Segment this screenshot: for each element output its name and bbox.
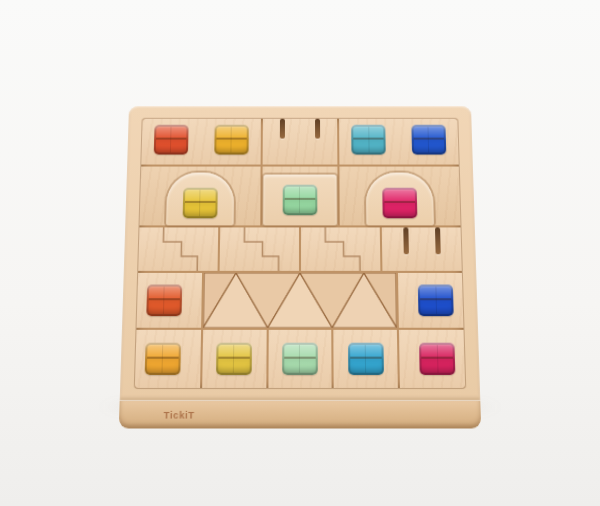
roof-triangles-graphic bbox=[203, 273, 397, 328]
tray-well bbox=[135, 119, 465, 388]
crenellated-tower-block bbox=[263, 119, 338, 165]
window-red bbox=[154, 125, 189, 155]
triangle-strip bbox=[203, 273, 397, 328]
brand-logo: TickiT bbox=[163, 409, 194, 420]
wall-block-red-amber bbox=[141, 119, 261, 165]
window-cyan-bottom bbox=[348, 343, 384, 375]
window-yellow-bottom bbox=[216, 343, 252, 375]
window-amber-bottom bbox=[145, 343, 181, 375]
crenellated-wall-block bbox=[382, 227, 462, 270]
window-green-bottom bbox=[282, 343, 318, 375]
step-block-1 bbox=[138, 227, 218, 270]
row-4 bbox=[137, 273, 464, 328]
row-3 bbox=[138, 227, 462, 270]
crenellation-slit bbox=[403, 227, 409, 254]
window-orange bbox=[146, 284, 182, 316]
tray-perspective-wrap: TickiT bbox=[119, 106, 481, 428]
crenellation-slit bbox=[280, 119, 285, 139]
window-block-green bbox=[268, 330, 332, 388]
window-crimson-bottom bbox=[419, 343, 455, 375]
window-amber bbox=[214, 125, 249, 155]
step-groove-graphic bbox=[301, 227, 380, 270]
step-groove-graphic bbox=[138, 227, 218, 270]
window-teal bbox=[351, 125, 386, 155]
window-block-yellow bbox=[202, 330, 266, 388]
row-1 bbox=[141, 119, 458, 165]
arch-door-yellow bbox=[166, 173, 234, 226]
window-royal-blue bbox=[418, 284, 454, 316]
window-block-cyan bbox=[334, 330, 398, 388]
wall-block-teal-blue bbox=[339, 119, 459, 165]
product-photo: TickiT bbox=[0, 0, 600, 506]
window-blue bbox=[411, 125, 446, 155]
tray-front-face: TickiT bbox=[119, 400, 481, 429]
crenellation-slit bbox=[315, 119, 320, 139]
step-block-2 bbox=[220, 227, 299, 270]
window-block-crimson bbox=[399, 330, 465, 388]
arch-section-left bbox=[140, 167, 261, 226]
window-block-orange bbox=[137, 273, 203, 328]
arch-section-right bbox=[339, 167, 460, 226]
row-2 bbox=[140, 167, 461, 226]
step-groove-graphic bbox=[220, 227, 299, 270]
tower-section-middle bbox=[262, 167, 338, 226]
arch-door-magenta bbox=[366, 173, 434, 226]
row-5 bbox=[135, 330, 465, 388]
window-yellow bbox=[183, 188, 218, 219]
window-green bbox=[283, 185, 318, 215]
window-block-royal-blue bbox=[398, 273, 464, 328]
crenellation-slit bbox=[434, 227, 440, 254]
window-magenta bbox=[382, 188, 417, 219]
square-tower-green bbox=[263, 175, 337, 226]
wooden-tray bbox=[120, 106, 481, 400]
step-block-3 bbox=[301, 227, 380, 270]
window-block-amber bbox=[135, 330, 201, 388]
